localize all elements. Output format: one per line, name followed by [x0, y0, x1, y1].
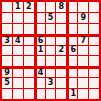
cell-r1c3-given-2[interactable]: 2	[24, 2, 34, 12]
cell-r8c9-empty[interactable]	[89, 78, 99, 88]
cell-r6c6-empty[interactable]	[56, 56, 66, 66]
cell-r4c6-empty[interactable]	[56, 35, 66, 45]
cell-r5c3-empty[interactable]	[24, 46, 34, 56]
cell-r1c8-empty[interactable]	[78, 2, 88, 12]
cell-r2c7-empty[interactable]	[67, 13, 77, 23]
cell-r6c7-empty[interactable]	[67, 56, 77, 66]
cell-r4c4-given-6[interactable]: 6	[35, 35, 45, 45]
cell-r6c1-empty[interactable]	[2, 56, 12, 66]
cell-r6c5-empty[interactable]	[46, 56, 56, 66]
cell-r6c9-empty[interactable]	[89, 56, 99, 66]
cell-r1c9-empty[interactable]	[89, 2, 99, 12]
cell-r2c1-empty[interactable]	[2, 13, 12, 23]
cell-r9c9-empty[interactable]	[89, 89, 99, 99]
cell-r1c2-given-1[interactable]: 1	[13, 2, 23, 12]
cell-r8c6-empty[interactable]	[56, 78, 66, 88]
cell-r4c5-empty[interactable]	[46, 35, 56, 45]
cell-r1c4-empty[interactable]	[35, 2, 45, 12]
cell-r7c6-empty[interactable]	[56, 67, 66, 77]
cell-r9c8-empty[interactable]	[78, 89, 88, 99]
cell-r1c6-given-8[interactable]: 8	[56, 2, 66, 12]
cell-r4c2-given-4[interactable]: 4	[13, 35, 23, 45]
cell-r9c6-empty[interactable]	[56, 89, 66, 99]
cell-r2c9-empty[interactable]	[89, 13, 99, 23]
cell-r3c2-empty[interactable]	[13, 24, 23, 34]
cell-r7c8-empty[interactable]	[78, 67, 88, 77]
cell-r6c8-empty[interactable]	[78, 56, 88, 66]
cell-r2c6-empty[interactable]	[56, 13, 66, 23]
cell-r8c3-empty[interactable]	[24, 78, 34, 88]
cell-r7c3-empty[interactable]	[24, 67, 34, 77]
cell-r4c1-given-3[interactable]: 3	[2, 35, 12, 45]
cell-r4c7-empty[interactable]	[67, 35, 77, 45]
cell-r7c2-empty[interactable]	[13, 67, 23, 77]
cell-r8c8-empty[interactable]	[78, 78, 88, 88]
cell-r4c8-given-7[interactable]: 7	[78, 35, 88, 45]
cell-r3c3-empty[interactable]	[24, 24, 34, 34]
cell-r7c7-empty[interactable]	[67, 67, 77, 77]
cell-r2c4-empty[interactable]	[35, 13, 45, 23]
cell-r6c2-empty[interactable]	[13, 56, 23, 66]
cell-r1c7-empty[interactable]	[67, 2, 77, 12]
sudoku-board: 12859346712694531	[0, 0, 101, 101]
cell-r3c6-empty[interactable]	[56, 24, 66, 34]
cell-r7c4-given-4[interactable]: 4	[35, 67, 45, 77]
cell-r5c8-empty[interactable]	[78, 46, 88, 56]
cell-r3c9-empty[interactable]	[89, 24, 99, 34]
cell-r9c7-given-1[interactable]: 1	[67, 89, 77, 99]
cell-r3c8-empty[interactable]	[78, 24, 88, 34]
cell-r8c7-empty[interactable]	[67, 78, 77, 88]
cell-r3c4-empty[interactable]	[35, 24, 45, 34]
cell-r2c2-empty[interactable]	[13, 13, 23, 23]
cell-r9c1-empty[interactable]	[2, 89, 12, 99]
cell-r5c1-empty[interactable]	[2, 46, 12, 56]
cell-r2c3-empty[interactable]	[24, 13, 34, 23]
cell-r3c5-empty[interactable]	[46, 24, 56, 34]
cell-r7c5-empty[interactable]	[46, 67, 56, 77]
cell-r8c2-empty[interactable]	[13, 78, 23, 88]
cell-r5c6-given-2[interactable]: 2	[56, 46, 66, 56]
cell-r7c1-given-9[interactable]: 9	[2, 67, 12, 77]
cell-r4c3-empty[interactable]	[24, 35, 34, 45]
cell-r3c1-empty[interactable]	[2, 24, 12, 34]
cell-r6c3-empty[interactable]	[24, 56, 34, 66]
cell-r9c2-empty[interactable]	[13, 89, 23, 99]
cell-r3c7-empty[interactable]	[67, 24, 77, 34]
cell-r5c2-empty[interactable]	[13, 46, 23, 56]
cell-r9c3-empty[interactable]	[24, 89, 34, 99]
cell-r5c4-given-1[interactable]: 1	[35, 46, 45, 56]
cell-r2c8-given-9[interactable]: 9	[78, 13, 88, 23]
cell-r8c4-empty[interactable]	[35, 78, 45, 88]
cell-r2c5-given-5[interactable]: 5	[46, 13, 56, 23]
cell-r8c5-given-3[interactable]: 3	[46, 78, 56, 88]
cell-r5c7-given-6[interactable]: 6	[67, 46, 77, 56]
cell-r8c1-given-5[interactable]: 5	[2, 78, 12, 88]
cell-r4c9-empty[interactable]	[89, 35, 99, 45]
cell-r1c5-empty[interactable]	[46, 2, 56, 12]
cell-r9c4-empty[interactable]	[35, 89, 45, 99]
cell-r6c4-empty[interactable]	[35, 56, 45, 66]
cell-r5c9-empty[interactable]	[89, 46, 99, 56]
cell-r1c1-empty[interactable]	[2, 2, 12, 12]
cell-r9c5-empty[interactable]	[46, 89, 56, 99]
cell-r7c9-empty[interactable]	[89, 67, 99, 77]
cell-r5c5-empty[interactable]	[46, 46, 56, 56]
